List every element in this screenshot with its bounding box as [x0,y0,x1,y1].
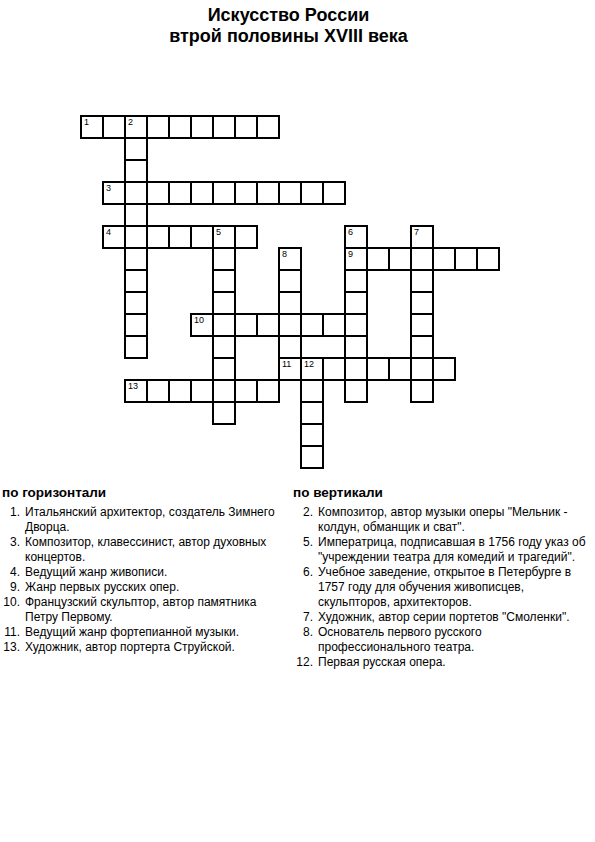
grid-cell[interactable] [124,269,148,293]
clue-text: Ведущий жанр фортепианной музыки. [25,625,283,640]
grid-cell[interactable] [212,357,236,381]
grid-cell[interactable] [300,181,324,205]
clue-number: 8. [293,625,313,655]
grid-cell[interactable] [300,401,324,425]
grid-cell[interactable] [124,181,148,205]
grid-cell[interactable] [300,379,324,403]
grid-cell[interactable]: 6 [344,225,368,249]
grid-cell[interactable]: 4 [102,225,126,249]
grid-cell[interactable] [278,291,302,315]
grid-cell[interactable] [366,247,390,271]
clue-item: 12.Первая русская опера. [293,655,593,670]
page-title-line2: втрой половины XVIII века [0,26,577,47]
grid-cell[interactable] [168,379,192,403]
cell-clue-number: 3 [106,183,111,194]
clue-number: 5. [293,535,313,565]
grid-cell[interactable] [256,181,280,205]
clue-number: 2. [293,505,313,535]
grid-cell[interactable] [476,247,500,271]
grid-cell[interactable]: 3 [102,181,126,205]
clue-text: Художник, автор серии портетов "Смоленки… [318,610,586,625]
grid-cell[interactable] [146,379,170,403]
clue-item: 13.Художник, автор портерта Струйской. [2,640,288,655]
grid-cell[interactable] [124,137,148,161]
cell-clue-number: 10 [194,315,204,326]
grid-cell[interactable] [234,225,258,249]
grid-cell[interactable] [344,313,368,337]
down-clue-list: 2.Композитор, автор музыки оперы "Мельни… [293,505,593,670]
grid-cell[interactable]: 8 [278,247,302,271]
grid-cell[interactable] [410,313,434,337]
grid-cell[interactable] [256,313,280,337]
clue-number: 3. [2,535,20,565]
grid-cell[interactable] [278,313,302,337]
grid-cell[interactable] [190,379,214,403]
cell-clue-number: 8 [282,249,287,260]
grid-cell[interactable] [454,247,478,271]
grid-cell[interactable] [278,269,302,293]
clue-text: Первая русская опера. [318,655,586,670]
grid-cell[interactable] [212,313,236,337]
grid-cell[interactable] [234,115,258,139]
grid-cell[interactable]: 11 [278,357,302,381]
grid-cell[interactable] [146,181,170,205]
clue-text: Учебное заведение, открытое в Петербурге… [318,565,586,610]
cell-clue-number: 6 [348,227,353,238]
clue-item: 1.Итальянский архитектор, создатель Зимн… [2,505,288,535]
clue-text: Композитор, клавессинист, автор духовных… [25,535,283,565]
down-column: по вертикали 2.Композитор, автор музыки … [293,485,593,670]
clue-item: 7.Художник, автор серии портетов "Смолен… [293,610,593,625]
grid-cell[interactable]: 9 [344,247,368,271]
grid-cell[interactable] [212,335,236,359]
clue-number: 1. [2,505,20,535]
grid-cell[interactable]: 1 [80,115,104,139]
grid-cell[interactable] [388,247,412,271]
grid-cell[interactable] [256,115,280,139]
grid-cell[interactable] [388,357,412,381]
cell-clue-number: 4 [106,227,111,238]
grid-cell[interactable] [432,357,456,381]
grid-cell[interactable] [234,313,258,337]
across-clue-list: 1.Итальянский архитектор, создатель Зимн… [2,505,288,655]
crossword-grid: 12345678910111213 [80,115,500,469]
grid-cell[interactable] [322,313,346,337]
cell-clue-number: 5 [216,227,221,238]
grid-cell[interactable]: 10 [190,313,214,337]
grid-cell[interactable] [212,269,236,293]
grid-cell[interactable] [344,269,368,293]
clue-text: Французский скульптор, автор памятника П… [25,595,283,625]
grid-cell[interactable] [344,379,368,403]
cell-clue-number: 9 [348,249,353,260]
grid-cell[interactable] [102,115,126,139]
cell-clue-number: 13 [128,381,138,392]
grid-cell[interactable] [146,225,170,249]
cell-clue-number: 7 [414,227,419,238]
clue-text: Итальянский архитектор, создатель Зимнег… [25,505,283,535]
grid-cell[interactable] [300,445,324,469]
grid-cell[interactable] [212,181,236,205]
grid-cell[interactable] [256,379,280,403]
grid-cell[interactable]: 13 [124,379,148,403]
clue-item: 2.Композитор, автор музыки оперы "Мельни… [293,505,593,535]
grid-cell[interactable] [124,203,148,227]
grid-cell[interactable] [300,313,324,337]
clue-text: Ведущий жанр живописи. [25,565,283,580]
grid-cell[interactable] [432,247,456,271]
clue-item: 4.Ведущий жанр живописи. [2,565,288,580]
clue-text: Основатель первого русского профессионал… [318,625,586,655]
grid-cell[interactable] [234,181,258,205]
page-title: Искусство России втрой половины XVIII ве… [0,5,577,47]
grid-cell[interactable] [212,115,236,139]
grid-cell[interactable] [410,247,434,271]
clue-number: 11. [2,625,20,640]
grid-cell[interactable] [168,181,192,205]
grid-cell[interactable] [278,335,302,359]
grid-cell[interactable] [300,423,324,447]
grid-cell[interactable] [344,291,368,315]
grid-cell[interactable] [124,247,148,271]
clue-number: 4. [2,565,20,580]
clue-item: 5.Императрица, подписавшая в 1756 году у… [293,535,593,565]
grid-cell[interactable] [410,379,434,403]
grid-cell[interactable] [212,247,236,271]
grid-cell[interactable] [146,115,170,139]
clue-item: 9.Жанр первых русских опер. [2,580,288,595]
grid-cell[interactable] [322,181,346,205]
grid-cell[interactable] [190,225,214,249]
clue-number: 7. [293,610,313,625]
grid-cell[interactable] [124,313,148,337]
clue-item: 10.Французский скульптор, автор памятник… [2,595,288,625]
clue-text: Императрица, подписавшая в 1756 году ука… [318,535,586,565]
cell-clue-number: 2 [128,117,133,128]
grid-cell[interactable] [410,357,434,381]
grid-cell[interactable]: 2 [124,115,148,139]
grid-cell[interactable]: 5 [212,225,236,249]
grid-cell[interactable] [410,291,434,315]
grid-cell[interactable] [212,291,236,315]
clue-number: 13. [2,640,20,655]
grid-cell[interactable] [344,357,368,381]
grid-cell[interactable] [124,291,148,315]
cell-clue-number: 1 [84,117,89,128]
grid-cell[interactable] [168,115,192,139]
grid-cell[interactable] [344,335,368,359]
clue-item: 6.Учебное заведение, открытое в Петербур… [293,565,593,610]
page-title-line1: Искусство России [0,5,577,26]
clue-number: 12. [293,655,313,670]
grid-cell[interactable] [190,181,214,205]
grid-cell[interactable] [168,225,192,249]
clue-number: 9. [2,580,20,595]
clue-item: 11.Ведущий жанр фортепианной музыки. [2,625,288,640]
grid-cell[interactable] [410,335,434,359]
across-column: по горизонтали 1.Итальянский архитектор,… [2,485,288,655]
cell-clue-number: 11 [282,359,291,370]
clue-item: 8.Основатель первого русского профессион… [293,625,593,655]
clue-text: Художник, автор портерта Струйской. [25,640,283,655]
grid-cell[interactable] [124,159,148,183]
grid-cell[interactable] [190,115,214,139]
grid-cell[interactable] [278,181,302,205]
clue-number: 10. [2,595,20,625]
down-header: по вертикали [293,485,593,500]
grid-cell[interactable] [410,269,434,293]
clue-item: 3.Композитор, клавессинист, автор духовн… [2,535,288,565]
across-header: по горизонтали [2,485,288,500]
grid-cell[interactable] [124,335,148,359]
grid-cell[interactable]: 12 [300,357,324,381]
clue-number: 6. [293,565,313,610]
clue-text: Композитор, автор музыки оперы "Мельник … [318,505,586,535]
cell-clue-number: 12 [304,359,314,370]
grid-cell[interactable]: 7 [410,225,434,249]
grid-cell[interactable] [366,357,390,381]
crossword-page: { "game": "crossword", "title": { "line1… [0,0,595,842]
grid-cell[interactable] [234,379,258,403]
grid-cell[interactable] [212,401,236,425]
grid-cell[interactable] [212,379,236,403]
clue-text: Жанр первых русских опер. [25,580,283,595]
grid-cell[interactable] [124,225,148,249]
grid-cell[interactable] [322,357,346,381]
